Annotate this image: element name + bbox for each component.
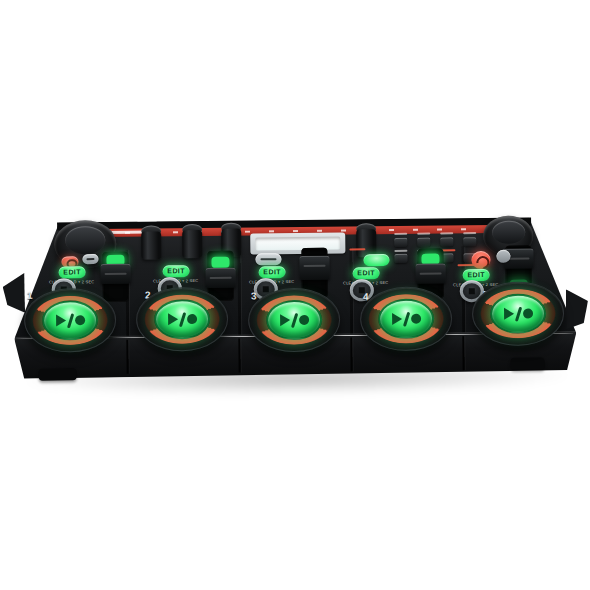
loop-station-controller: EDIT CLEAR HOLD + 2 SEC 1 EDIT CLEAR HOL… — [9, 215, 583, 403]
edit-button-3[interactable]: EDIT — [259, 266, 286, 278]
knob-label — [137, 219, 157, 221]
play-icon — [280, 314, 290, 326]
rec-play-pad-5[interactable] — [472, 281, 565, 346]
panel-seam — [462, 336, 464, 370]
function-button-1[interactable] — [394, 238, 407, 247]
button-label — [463, 232, 476, 234]
record-icon — [523, 309, 533, 319]
section-print — [349, 248, 365, 250]
lcd-display — [250, 232, 345, 254]
tap-tempo-button[interactable] — [255, 253, 281, 265]
lcd-screen — [255, 237, 340, 251]
function-button-4[interactable] — [463, 237, 476, 246]
rec-play-pad-4[interactable] — [360, 286, 453, 351]
play-icon — [503, 308, 513, 320]
slash-icon — [514, 306, 521, 321]
panel-seam — [238, 339, 240, 373]
panel-seam — [350, 337, 352, 371]
play-icon — [168, 313, 178, 325]
level-knob-1[interactable] — [140, 223, 162, 261]
rubber-foot — [511, 357, 545, 369]
record-icon — [75, 315, 85, 325]
button-label — [394, 233, 407, 235]
mark-button[interactable] — [82, 254, 98, 264]
rec-indicator-button[interactable] — [363, 254, 389, 266]
edit-button-5[interactable]: EDIT — [463, 269, 490, 281]
function-button-3[interactable] — [440, 237, 453, 246]
left-side-wing — [3, 273, 25, 313]
edit-button-1[interactable]: EDIT — [59, 266, 86, 278]
right-side-wing — [566, 289, 588, 329]
slash-icon — [290, 312, 297, 327]
button-label — [417, 233, 430, 235]
slash-icon — [178, 312, 185, 327]
function-button-2[interactable] — [417, 238, 430, 247]
panel-seam — [126, 340, 128, 374]
edit-button-2[interactable]: EDIT — [163, 265, 190, 277]
record-icon — [187, 314, 197, 324]
slash-icon — [402, 311, 409, 326]
aux-button[interactable] — [496, 250, 510, 263]
product-photo: EDIT CLEAR HOLD + 2 SEC 1 EDIT CLEAR HOL… — [0, 0, 590, 590]
record-icon — [411, 314, 421, 324]
rubber-foot — [39, 368, 77, 380]
play-icon — [392, 313, 402, 325]
button-label — [394, 250, 407, 252]
level-knob-2[interactable] — [181, 222, 203, 260]
edit-button-4[interactable]: EDIT — [353, 267, 380, 279]
knob-label — [179, 219, 201, 221]
rec-play-pad-2[interactable] — [136, 287, 229, 352]
rec-play-pad-1[interactable] — [24, 288, 117, 353]
play-icon — [56, 314, 66, 326]
record-icon — [299, 315, 309, 325]
button-label — [440, 232, 453, 234]
rec-play-pad-3[interactable] — [248, 288, 341, 353]
slash-icon — [66, 313, 73, 328]
function-button-5[interactable] — [394, 254, 407, 263]
loop-sync-button[interactable] — [471, 251, 490, 269]
